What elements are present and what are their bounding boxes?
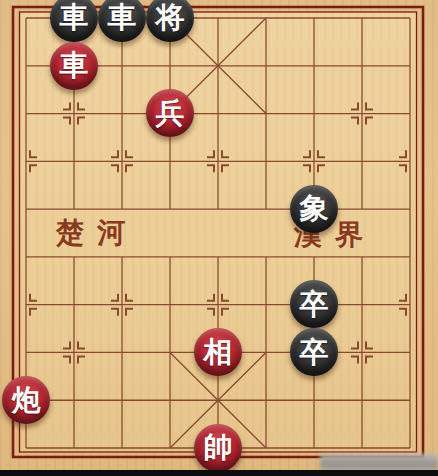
red-soldier[interactable]: 兵 — [146, 89, 194, 137]
watermark-blur — [320, 454, 438, 471]
black-general[interactable]: 将 — [146, 0, 194, 42]
black-soldier-a[interactable]: 卒 — [290, 280, 338, 328]
red-general[interactable]: 帥 — [194, 424, 242, 472]
red-elephant[interactable]: 相 — [194, 328, 242, 376]
black-chariot-b[interactable]: 車 — [98, 0, 146, 42]
pieces-layer: 車車将車兵象卒卒相炮帥 — [2, 0, 434, 472]
red-cannon[interactable]: 炮 — [2, 376, 50, 424]
xiangqi-board: 楚河 漢界 車車将車兵象卒卒相炮帥 — [0, 0, 438, 476]
black-soldier-b[interactable]: 卒 — [290, 328, 338, 376]
black-chariot-a[interactable]: 車 — [50, 0, 98, 42]
red-chariot[interactable]: 車 — [50, 42, 98, 90]
bottom-bar — [0, 470, 438, 476]
black-elephant[interactable]: 象 — [290, 185, 338, 233]
